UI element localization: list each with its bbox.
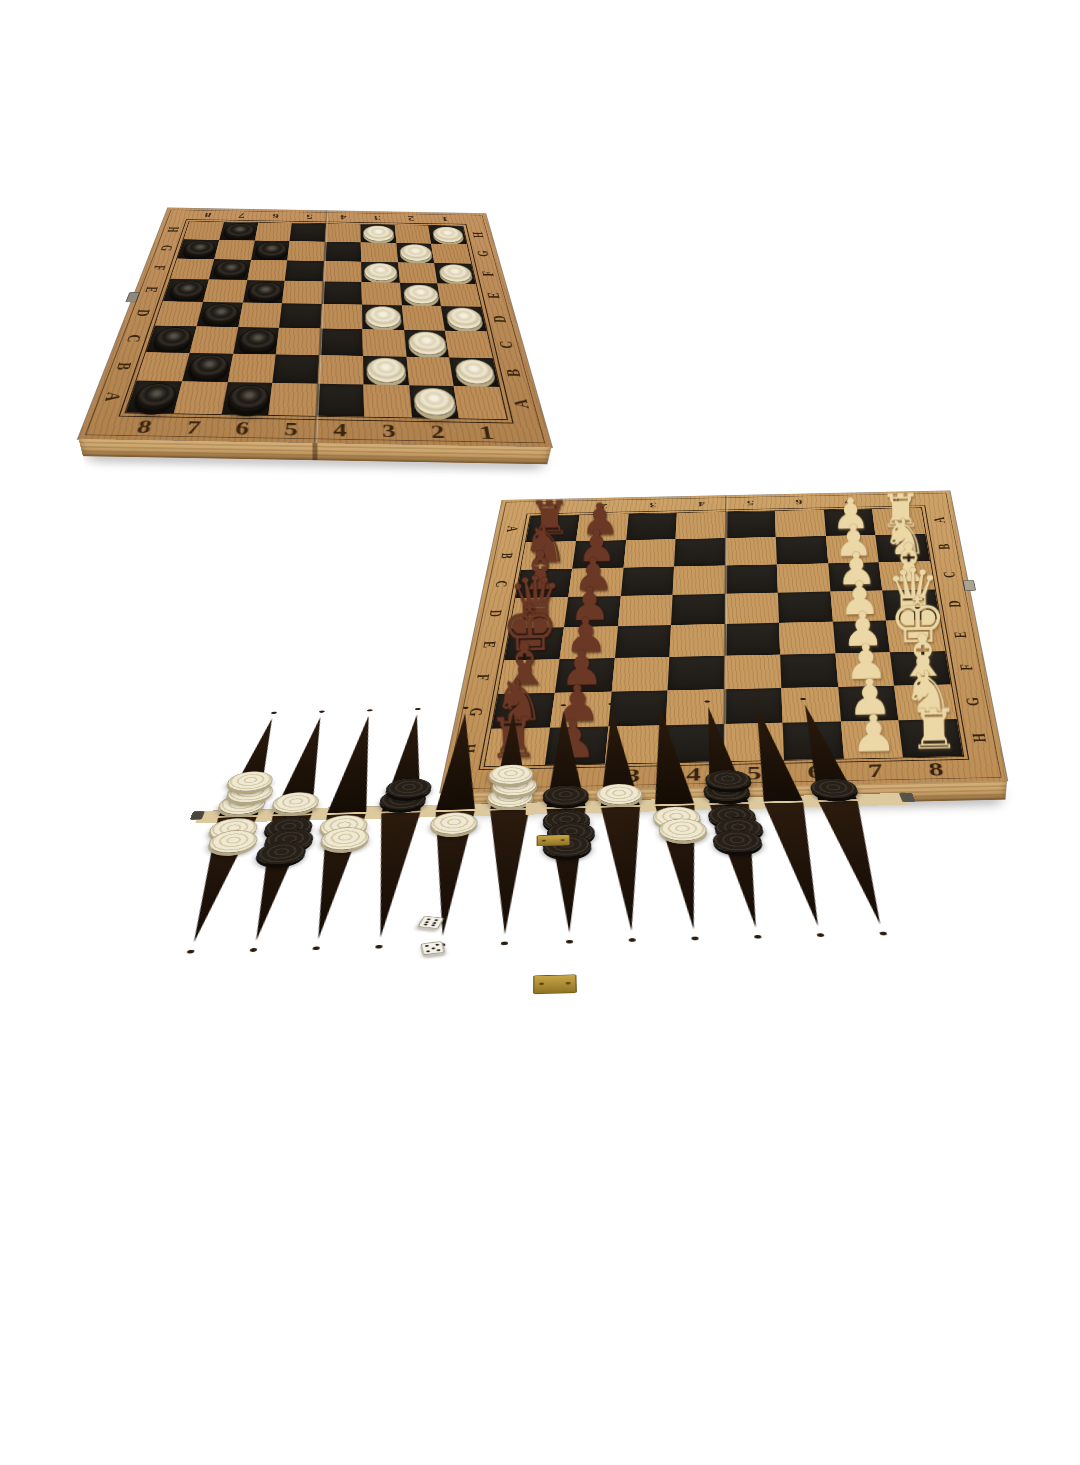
checkers-square-3F[interactable] <box>361 262 400 283</box>
chess-square-c6[interactable] <box>777 563 830 593</box>
chess-square-c8[interactable] <box>879 561 935 591</box>
coordinate-number: 4 <box>315 417 365 444</box>
point-tip-dot <box>754 935 762 939</box>
black-checker[interactable] <box>223 223 257 239</box>
chess-square-b8[interactable] <box>876 534 931 562</box>
checkers-square-7C[interactable] <box>189 326 237 353</box>
coordinate-number: 4 <box>677 496 726 513</box>
chess-square-d2[interactable] <box>564 596 621 627</box>
coordinate-number: 7 <box>823 493 873 510</box>
checkers-square-3B[interactable] <box>363 356 409 386</box>
checkers-square-5C[interactable] <box>276 328 321 355</box>
black-checker[interactable] <box>201 303 241 325</box>
white-checker[interactable] <box>408 331 448 355</box>
point-tip-dot <box>415 708 421 710</box>
chess-square-a5[interactable] <box>726 511 776 538</box>
chess-square-f3[interactable] <box>611 657 669 692</box>
checkers-square-6D[interactable] <box>238 303 282 328</box>
clasp-icon <box>962 580 976 591</box>
checkers-square-7A[interactable] <box>174 382 228 415</box>
chess-square-c5[interactable] <box>725 564 777 594</box>
checkers-square-8H[interactable] <box>184 221 224 239</box>
checkers-square-4C[interactable] <box>319 328 362 355</box>
coordinate-number: 8 <box>904 757 968 783</box>
backgammon-case <box>200 793 904 811</box>
checkers-square-4D[interactable] <box>321 304 362 329</box>
chess-square-e8[interactable] <box>886 619 945 652</box>
black-checker[interactable] <box>254 242 288 259</box>
coordinate-number: 8 <box>116 413 173 440</box>
white-checker[interactable] <box>363 226 394 242</box>
hinge-icon <box>537 835 571 847</box>
point-tip-dot <box>501 941 508 945</box>
checkers-square-5E[interactable] <box>282 281 323 304</box>
die-pip <box>433 922 437 924</box>
clasp-icon <box>125 292 140 303</box>
bg-point-top-6[interactable] <box>474 808 537 936</box>
checkers-square-2E[interactable] <box>399 283 441 306</box>
coordinate-number: 7 <box>223 209 260 222</box>
checkers-square-8G[interactable] <box>177 239 219 259</box>
point-triangle <box>433 713 485 811</box>
coordinate-number: 5 <box>265 416 316 443</box>
checkers-photo: 87654321 87654321 HGFEDCBA HGFEDCBA <box>129 111 516 498</box>
checkers-square-2H[interactable] <box>394 225 431 243</box>
chess-square-e5[interactable] <box>725 623 780 656</box>
checkers-square-1C[interactable] <box>445 331 493 358</box>
checkers-square-2D[interactable] <box>401 305 445 330</box>
checkers-square-7G[interactable] <box>214 240 254 260</box>
chess-square-e7[interactable] <box>832 621 890 654</box>
chess-square-b7[interactable] <box>826 535 879 563</box>
white-checker[interactable] <box>445 308 484 330</box>
chess-square-d8[interactable] <box>882 590 939 621</box>
chess-square-b4[interactable] <box>674 538 725 566</box>
point-tip-dot <box>629 938 636 942</box>
black-checker[interactable] <box>186 354 230 380</box>
chess-square-b2[interactable] <box>572 540 626 568</box>
point-triangle <box>479 809 531 934</box>
die-pip <box>423 924 427 926</box>
checkers-square-8C[interactable] <box>146 325 196 352</box>
chess-square-g7[interactable] <box>838 685 899 721</box>
chess-square-c1[interactable] <box>516 569 572 599</box>
coordinate-number: 2 <box>394 212 429 225</box>
black-checker[interactable] <box>212 260 249 279</box>
chess-square-f8[interactable] <box>890 651 951 685</box>
white-checker[interactable] <box>403 284 439 304</box>
coordinate-number: 2 <box>412 418 464 445</box>
checkers-square-8D[interactable] <box>155 301 203 326</box>
chess-square-f7[interactable] <box>835 652 894 686</box>
chess-square-c3[interactable] <box>620 566 674 596</box>
checkers-square-1F[interactable] <box>434 263 475 284</box>
checkers-square-3H[interactable] <box>360 224 396 242</box>
checkers-square-4F[interactable] <box>323 261 361 282</box>
chess-square-f1[interactable] <box>498 659 559 694</box>
chess-square-b5[interactable] <box>725 537 776 565</box>
chess-square-c2[interactable] <box>568 567 623 597</box>
coordinate-number: 8 <box>189 208 227 221</box>
checkers-square-6A[interactable] <box>221 382 272 415</box>
point-tip-dot <box>704 700 710 702</box>
checkers-square-5D[interactable] <box>279 303 322 328</box>
chess-square-f4[interactable] <box>668 656 725 691</box>
white-checker[interactable] <box>432 227 465 243</box>
die-pip <box>435 944 439 946</box>
backgammon-right-half <box>526 793 909 815</box>
chess-square-d7[interactable] <box>830 591 886 622</box>
chess-square-d5[interactable] <box>725 593 779 624</box>
die-pip <box>435 919 439 921</box>
black-checker[interactable] <box>226 384 271 412</box>
checkers-square-6E[interactable] <box>243 280 285 303</box>
coordinate-number: 6 <box>258 210 294 223</box>
chess-square-g8[interactable] <box>894 684 957 720</box>
die-pip <box>426 918 430 920</box>
checkers-square-8A[interactable] <box>126 381 182 414</box>
chess-square-e1[interactable] <box>504 627 564 660</box>
checkers-square-3C[interactable] <box>362 329 406 356</box>
checkers-square-1D[interactable] <box>441 306 486 331</box>
chess-square-a7[interactable] <box>823 509 875 536</box>
coordinate-number: 5 <box>726 495 775 512</box>
point-tip-dot <box>271 712 277 714</box>
checkers-square-6C[interactable] <box>233 327 280 354</box>
black-checker[interactable] <box>167 280 207 300</box>
checkers-square-7E[interactable] <box>203 280 247 303</box>
checkers-square-3A[interactable] <box>363 385 411 418</box>
white-checker[interactable] <box>364 263 398 282</box>
checkers-square-2A[interactable] <box>409 386 459 419</box>
chess-square-e4[interactable] <box>670 624 725 657</box>
coordinate-number: 6 <box>215 415 268 442</box>
chess-square-a8[interactable] <box>872 508 925 535</box>
point-tip-dot <box>566 940 573 944</box>
white-checker[interactable] <box>413 387 457 416</box>
checkers-square-5F[interactable] <box>285 260 324 281</box>
white-checker[interactable] <box>365 306 402 328</box>
checkers-square-4E[interactable] <box>322 282 362 305</box>
coordinate-number: 3 <box>364 418 414 445</box>
die-pip <box>436 949 440 951</box>
coordinate-number: 3 <box>360 211 395 224</box>
chess-square-a3[interactable] <box>626 513 677 540</box>
checkers-square-5A[interactable] <box>269 383 318 416</box>
checkers-square-8F[interactable] <box>170 258 214 279</box>
chess-square-c7[interactable] <box>828 562 883 592</box>
point-tip-dot <box>319 710 325 712</box>
chess-square-d6[interactable] <box>778 592 833 623</box>
point-tip-dot <box>187 950 195 954</box>
point-triangle <box>598 807 657 932</box>
checkers-square-1G[interactable] <box>431 244 471 264</box>
chess-square-h8[interactable] <box>899 719 963 757</box>
checkers-square-8B[interactable] <box>137 352 190 382</box>
checkers-square-6F[interactable] <box>247 260 288 281</box>
chess-square-a4[interactable] <box>676 512 726 539</box>
die-pip <box>426 950 430 952</box>
white-checker[interactable] <box>399 244 432 261</box>
black-checker[interactable] <box>237 328 277 352</box>
chess-square-e6[interactable] <box>779 622 835 655</box>
coordinate-number: 8 <box>871 492 922 509</box>
die-2[interactable] <box>420 941 445 955</box>
die-pip <box>431 924 435 926</box>
chess-square-h7[interactable] <box>841 720 904 758</box>
chess-square-e2[interactable] <box>559 626 617 659</box>
checkers-square-3E[interactable] <box>361 282 401 305</box>
die-pip <box>425 945 429 947</box>
coordinate-number: 7 <box>165 414 220 441</box>
die-pip <box>425 921 429 923</box>
checkers-square-4H[interactable] <box>325 224 360 242</box>
hinge-icon <box>533 974 577 994</box>
checkers-square-5G[interactable] <box>287 241 325 261</box>
coordinate-number: 3 <box>628 497 678 514</box>
backgammon-left-half <box>195 801 578 823</box>
checkers-square-3G[interactable] <box>361 242 398 262</box>
point-tip-dot <box>752 699 758 701</box>
white-checker[interactable] <box>438 264 474 283</box>
black-checker[interactable] <box>151 327 195 351</box>
die-pip <box>431 947 435 949</box>
black-checker[interactable] <box>246 282 283 302</box>
black-checker[interactable] <box>181 240 217 257</box>
chess-square-a6[interactable] <box>775 510 826 537</box>
coordinate-number: 5 <box>292 210 327 223</box>
chess-square-b3[interactable] <box>623 539 676 567</box>
checkers-square-3D[interactable] <box>362 305 404 330</box>
chess-square-e3[interactable] <box>614 625 671 658</box>
coordinate-number: 1 <box>530 499 581 516</box>
white-checker[interactable] <box>367 357 407 383</box>
coordinate-number: 4 <box>326 211 360 224</box>
point-tip-dot <box>367 709 373 711</box>
point-tip-dot <box>879 932 887 936</box>
chess-square-f5[interactable] <box>724 654 781 688</box>
coordinate-number: 6 <box>774 494 824 511</box>
point-tip-dot <box>691 937 699 941</box>
chess-square-f6[interactable] <box>780 653 838 687</box>
checkers-square-4B[interactable] <box>318 355 363 385</box>
checkers-square-6B[interactable] <box>227 353 276 383</box>
checkers-square-6G[interactable] <box>251 240 290 260</box>
point-tip-dot <box>312 946 320 950</box>
checkers-square-6H[interactable] <box>254 223 292 241</box>
checkers-square-2B[interactable] <box>406 356 454 386</box>
checkers-square-4G[interactable] <box>324 242 361 262</box>
chess-square-a2[interactable] <box>576 514 628 541</box>
checkers-square-7F[interactable] <box>209 259 251 280</box>
chess-square-f2[interactable] <box>555 658 615 693</box>
checkers-square-2G[interactable] <box>396 243 434 263</box>
coordinate-number: 1 <box>427 213 463 226</box>
checkers-square-5B[interactable] <box>273 354 320 384</box>
checkers-square-8E[interactable] <box>163 279 209 302</box>
checkers-square-2C[interactable] <box>404 330 450 357</box>
chess-square-a1[interactable] <box>526 515 580 542</box>
point-tip-dot <box>817 933 825 937</box>
checkers-square-4A[interactable] <box>316 384 364 417</box>
checkers-square-5H[interactable] <box>290 223 326 241</box>
chess-square-d3[interactable] <box>618 595 673 626</box>
checkers-square-7D[interactable] <box>196 302 242 327</box>
checkers-field <box>124 221 508 420</box>
chess-square-d4[interactable] <box>671 594 725 625</box>
product-photo-page: 87654321 87654321 HGFEDCBA HGFEDCBA 1234… <box>0 0 1080 1465</box>
chess-square-d1[interactable] <box>510 597 568 628</box>
point-tip-dot <box>800 698 806 700</box>
point-tip-dot <box>249 948 257 952</box>
point-tip-dot <box>375 945 383 949</box>
checkers-square-7H[interactable] <box>219 222 258 240</box>
chess-square-b6[interactable] <box>776 536 828 564</box>
checkers-square-1E[interactable] <box>438 284 481 307</box>
checkers-square-2F[interactable] <box>398 262 438 283</box>
checkers-square-7B[interactable] <box>182 353 233 383</box>
black-checker[interactable] <box>131 383 180 411</box>
coordinate-number: 2 <box>579 498 630 515</box>
checkers-square-1H[interactable] <box>428 226 466 245</box>
backgammon-photo <box>200 793 920 1431</box>
chess-square-c4[interactable] <box>673 565 726 595</box>
chess-square-b1[interactable] <box>521 541 576 569</box>
